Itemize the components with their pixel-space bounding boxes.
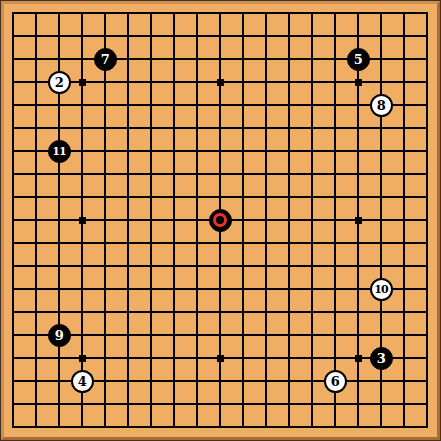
go-diagram: 234567891011 <box>0 0 441 441</box>
grid-line-horizontal <box>12 403 428 405</box>
stone-black-7[interactable]: 7 <box>94 48 117 71</box>
stone-number: 5 <box>354 53 363 66</box>
stone-number: 4 <box>78 375 87 388</box>
star-point <box>355 355 362 362</box>
grid-line-vertical <box>334 12 336 428</box>
stone-number: 3 <box>377 352 386 365</box>
stone-black-5[interactable]: 5 <box>347 48 370 71</box>
stone-number: 6 <box>331 375 340 388</box>
grid-line-horizontal <box>12 265 428 267</box>
grid-line-vertical <box>265 12 267 428</box>
stone-number: 8 <box>377 99 386 112</box>
star-point <box>217 355 224 362</box>
grid-line-horizontal <box>12 311 428 313</box>
star-point <box>355 217 362 224</box>
grid-line-horizontal <box>12 242 428 244</box>
stone-number: 10 <box>374 284 387 295</box>
stone-number: 2 <box>55 76 64 89</box>
grid-line-vertical <box>426 12 428 428</box>
stone-black-11[interactable]: 11 <box>48 140 71 163</box>
star-point <box>355 79 362 86</box>
grid-line-vertical <box>242 12 244 428</box>
stone-black-1-marked[interactable] <box>209 209 232 232</box>
grid-line-horizontal <box>12 334 428 336</box>
grid-line-horizontal <box>12 426 428 428</box>
stone-number: 11 <box>52 146 65 157</box>
grid-line-vertical <box>403 12 405 428</box>
stone-black-3[interactable]: 3 <box>370 347 393 370</box>
stone-white-6[interactable]: 6 <box>324 370 347 393</box>
grid-line-horizontal <box>12 288 428 290</box>
stone-white-8[interactable]: 8 <box>370 94 393 117</box>
stone-number: 7 <box>101 53 110 66</box>
star-point <box>79 79 86 86</box>
stone-white-2[interactable]: 2 <box>48 71 71 94</box>
star-point <box>217 79 224 86</box>
star-point <box>79 217 86 224</box>
stone-black-9[interactable]: 9 <box>48 324 71 347</box>
red-circle-marker <box>213 213 227 227</box>
grid-line-vertical <box>288 12 290 428</box>
stone-white-10[interactable]: 10 <box>370 278 393 301</box>
stone-number: 9 <box>55 329 64 342</box>
go-board[interactable]: 234567891011 <box>0 0 441 441</box>
grid-line-vertical <box>311 12 313 428</box>
star-point <box>79 355 86 362</box>
stone-white-4[interactable]: 4 <box>71 370 94 393</box>
